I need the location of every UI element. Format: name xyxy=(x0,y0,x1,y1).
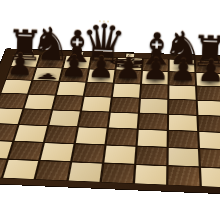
square-h1[interactable] xyxy=(200,167,220,188)
square-d5[interactable] xyxy=(81,96,112,112)
square-d7[interactable]: ♟ xyxy=(86,69,115,83)
square-d2[interactable] xyxy=(71,144,105,163)
square-f7[interactable]: ♟ xyxy=(141,71,169,85)
square-g1[interactable] xyxy=(167,166,201,187)
square-f5[interactable] xyxy=(139,98,168,114)
square-e4[interactable] xyxy=(108,112,139,129)
square-e6[interactable] xyxy=(112,83,141,98)
chess-set-photo[interactable]: ♜♞♝♛•••♚✚♝♞♜♟♟♟♟♟♟♟♟ abcdefgh87654321 xyxy=(0,0,220,220)
black-pawn[interactable]: ♟ xyxy=(6,49,34,80)
square-c7[interactable]: ♟ xyxy=(59,68,89,82)
board-grid: ♜♞♝♛•••♚✚♝♞♜♟♟♟♟♟♟♟♟ xyxy=(0,54,220,188)
square-d4[interactable] xyxy=(78,111,110,128)
square-c4[interactable] xyxy=(48,110,81,127)
square-f3[interactable] xyxy=(137,129,168,147)
black-pawn[interactable]: ♟ xyxy=(169,54,197,85)
square-f6[interactable] xyxy=(140,84,168,99)
square-c2[interactable] xyxy=(39,142,74,161)
square-b3[interactable] xyxy=(13,125,48,143)
black-pawn[interactable]: ♟ xyxy=(60,51,88,82)
square-c3[interactable] xyxy=(44,126,78,144)
square-g7[interactable]: ♟ xyxy=(168,72,196,86)
black-queen-cream-tip: ••• xyxy=(98,19,111,25)
square-d1[interactable] xyxy=(67,162,103,183)
square-g3[interactable] xyxy=(168,130,199,148)
black-pawn[interactable]: ♟ xyxy=(196,55,220,86)
black-pawn[interactable]: ♟ xyxy=(87,52,115,83)
black-pawn[interactable]: ♟ xyxy=(141,53,169,84)
chessboard: ♜♞♝♛•••♚✚♝♞♜♟♟♟♟♟♟♟♟ abcdefgh87654321 xyxy=(0,49,220,195)
square-g6[interactable] xyxy=(168,85,196,100)
square-h3[interactable] xyxy=(198,131,220,149)
square-f2[interactable] xyxy=(135,146,167,166)
square-e3[interactable] xyxy=(106,128,138,146)
square-a4[interactable] xyxy=(0,108,23,125)
square-h2[interactable] xyxy=(199,149,220,169)
square-e7[interactable]: ♟ xyxy=(114,70,142,84)
square-b5[interactable] xyxy=(23,94,55,110)
square-e1[interactable] xyxy=(101,163,136,184)
square-h6[interactable] xyxy=(196,86,220,101)
square-h7[interactable]: ♟ xyxy=(195,73,220,87)
square-b4[interactable] xyxy=(19,109,53,126)
square-a7[interactable]: ♟ xyxy=(5,66,36,80)
square-c6[interactable] xyxy=(56,81,87,96)
square-h5[interactable] xyxy=(197,100,220,116)
square-f4[interactable] xyxy=(138,113,168,130)
square-e2[interactable] xyxy=(103,145,136,164)
square-g4[interactable] xyxy=(168,114,198,131)
square-h4[interactable] xyxy=(197,115,220,132)
square-b7[interactable]: ♟ xyxy=(32,67,62,81)
square-g2[interactable] xyxy=(167,147,199,167)
square-f1[interactable] xyxy=(134,164,168,185)
square-b1[interactable] xyxy=(2,159,40,180)
square-c5[interactable] xyxy=(52,95,84,111)
square-b6[interactable] xyxy=(28,80,59,95)
square-g5[interactable] xyxy=(168,99,197,115)
black-pawn[interactable]: ♟ xyxy=(114,53,142,84)
square-d3[interactable] xyxy=(75,127,108,145)
square-c1[interactable] xyxy=(35,160,72,181)
square-e5[interactable] xyxy=(110,97,140,113)
square-d6[interactable] xyxy=(84,82,114,97)
square-b2[interactable] xyxy=(8,141,44,160)
